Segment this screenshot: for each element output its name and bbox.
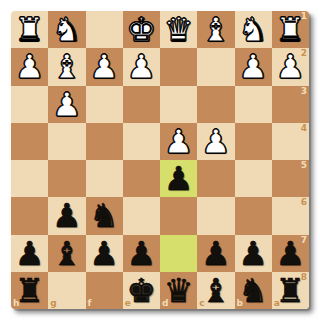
piece-white-rook[interactable]: ♜ xyxy=(11,11,48,48)
piece-white-pawn[interactable]: ♟ xyxy=(48,86,85,123)
square-c3[interactable] xyxy=(197,86,234,123)
square-g6[interactable]: ♟ xyxy=(48,197,85,234)
piece-black-pawn[interactable]: ♟ xyxy=(235,235,272,272)
square-g5[interactable] xyxy=(48,160,85,197)
piece-white-pawn[interactable]: ♟ xyxy=(86,48,123,85)
rank-label-1: 1 xyxy=(301,12,307,21)
file-label-d: d xyxy=(162,299,168,308)
square-d4[interactable]: ♟ xyxy=(160,123,197,160)
square-a3[interactable]: 3 xyxy=(272,86,309,123)
square-f1[interactable] xyxy=(86,11,123,48)
file-label-h: h xyxy=(13,299,19,308)
square-b4[interactable] xyxy=(235,123,272,160)
square-b7[interactable]: ♟ xyxy=(235,235,272,272)
square-e1[interactable]: ♚ xyxy=(123,11,160,48)
square-h5[interactable] xyxy=(11,160,48,197)
piece-white-pawn[interactable]: ♟ xyxy=(235,48,272,85)
piece-black-knight[interactable]: ♞ xyxy=(86,197,123,234)
square-a2[interactable]: ♟2 xyxy=(272,48,309,85)
square-d2[interactable] xyxy=(160,48,197,85)
square-c2[interactable] xyxy=(197,48,234,85)
square-f2[interactable]: ♟ xyxy=(86,48,123,85)
square-f5[interactable] xyxy=(86,160,123,197)
square-c8[interactable]: ♝c xyxy=(197,272,234,309)
square-h3[interactable] xyxy=(11,86,48,123)
piece-white-king[interactable]: ♚ xyxy=(123,11,160,48)
file-label-c: c xyxy=(199,299,204,308)
square-f4[interactable] xyxy=(86,123,123,160)
square-e5[interactable] xyxy=(123,160,160,197)
square-c4[interactable]: ♟ xyxy=(197,123,234,160)
square-f8[interactable]: f xyxy=(86,272,123,309)
square-f6[interactable]: ♞ xyxy=(86,197,123,234)
chess-board: ♜♞♚♛♝♞♜1♟♝♟♟♟♟2♟3♟♟4♟5♟♞6♟♝♟♟♟♟♟7♜hgf♚e♛… xyxy=(11,11,309,309)
file-label-g: g xyxy=(50,299,56,308)
piece-black-pawn[interactable]: ♟ xyxy=(197,235,234,272)
file-label-f: f xyxy=(88,299,92,308)
square-f3[interactable] xyxy=(86,86,123,123)
file-label-e: e xyxy=(125,299,131,308)
square-b8[interactable]: ♞b xyxy=(235,272,272,309)
square-d7[interactable] xyxy=(160,235,197,272)
rank-label-2: 2 xyxy=(301,49,307,58)
square-g2[interactable]: ♝ xyxy=(48,48,85,85)
square-a8[interactable]: ♜a8 xyxy=(272,272,309,309)
piece-white-pawn[interactable]: ♟ xyxy=(11,48,48,85)
square-a1[interactable]: ♜1 xyxy=(272,11,309,48)
piece-black-pawn[interactable]: ♟ xyxy=(11,235,48,272)
square-h4[interactable] xyxy=(11,123,48,160)
rank-label-8: 8 xyxy=(301,273,307,282)
square-f7[interactable]: ♟ xyxy=(86,235,123,272)
square-a6[interactable]: 6 xyxy=(272,197,309,234)
piece-white-bishop[interactable]: ♝ xyxy=(197,11,234,48)
rank-label-6: 6 xyxy=(301,198,307,207)
rank-label-4: 4 xyxy=(301,124,307,133)
piece-white-pawn[interactable]: ♟ xyxy=(197,123,234,160)
square-e4[interactable] xyxy=(123,123,160,160)
piece-white-knight[interactable]: ♞ xyxy=(48,11,85,48)
square-d5[interactable]: ♟ xyxy=(160,160,197,197)
square-d6[interactable] xyxy=(160,197,197,234)
square-h6[interactable] xyxy=(11,197,48,234)
square-b2[interactable]: ♟ xyxy=(235,48,272,85)
square-e3[interactable] xyxy=(123,86,160,123)
square-d8[interactable]: ♛d xyxy=(160,272,197,309)
square-b3[interactable] xyxy=(235,86,272,123)
rank-label-7: 7 xyxy=(301,236,307,245)
piece-black-pawn[interactable]: ♟ xyxy=(123,235,160,272)
square-g8[interactable]: g xyxy=(48,272,85,309)
piece-black-bishop[interactable]: ♝ xyxy=(48,235,85,272)
square-h7[interactable]: ♟ xyxy=(11,235,48,272)
square-d1[interactable]: ♛ xyxy=(160,11,197,48)
piece-white-knight[interactable]: ♞ xyxy=(235,11,272,48)
file-label-b: b xyxy=(237,299,243,308)
square-e6[interactable] xyxy=(123,197,160,234)
square-h1[interactable]: ♜ xyxy=(11,11,48,48)
square-c1[interactable]: ♝ xyxy=(197,11,234,48)
rank-label-5: 5 xyxy=(301,161,307,170)
square-b1[interactable]: ♞ xyxy=(235,11,272,48)
piece-black-pawn[interactable]: ♟ xyxy=(48,197,85,234)
piece-white-queen[interactable]: ♛ xyxy=(160,11,197,48)
square-a4[interactable]: 4 xyxy=(272,123,309,160)
square-g4[interactable] xyxy=(48,123,85,160)
square-c5[interactable] xyxy=(197,160,234,197)
square-h8[interactable]: ♜h xyxy=(11,272,48,309)
square-h2[interactable]: ♟ xyxy=(11,48,48,85)
square-g3[interactable]: ♟ xyxy=(48,86,85,123)
square-b5[interactable] xyxy=(235,160,272,197)
piece-black-pawn[interactable]: ♟ xyxy=(160,160,197,197)
square-d3[interactable] xyxy=(160,86,197,123)
piece-white-pawn[interactable]: ♟ xyxy=(160,123,197,160)
square-a5[interactable]: 5 xyxy=(272,160,309,197)
square-g7[interactable]: ♝ xyxy=(48,235,85,272)
square-e8[interactable]: ♚e xyxy=(123,272,160,309)
square-a7[interactable]: ♟7 xyxy=(272,235,309,272)
rank-label-3: 3 xyxy=(301,87,307,96)
piece-white-bishop[interactable]: ♝ xyxy=(48,48,85,85)
square-c6[interactable] xyxy=(197,197,234,234)
square-c7[interactable]: ♟ xyxy=(197,235,234,272)
square-e7[interactable]: ♟ xyxy=(123,235,160,272)
square-g1[interactable]: ♞ xyxy=(48,11,85,48)
file-label-a: a xyxy=(274,299,280,308)
piece-black-pawn[interactable]: ♟ xyxy=(86,235,123,272)
square-e2[interactable]: ♟ xyxy=(123,48,160,85)
piece-white-pawn[interactable]: ♟ xyxy=(123,48,160,85)
square-b6[interactable] xyxy=(235,197,272,234)
